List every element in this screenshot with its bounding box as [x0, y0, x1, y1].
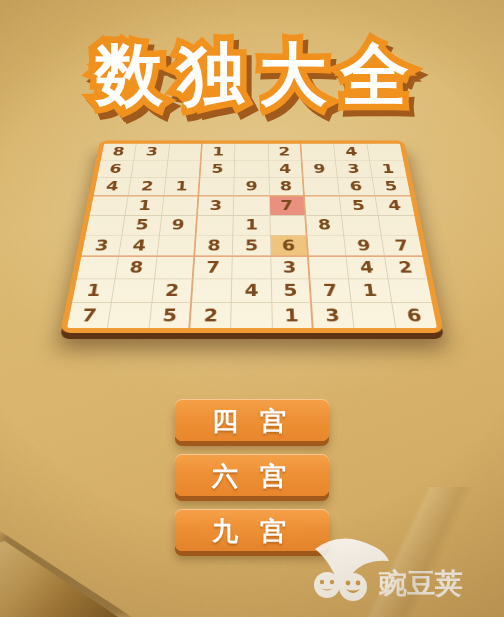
page-title: 数独大全 数独大全 数独大全 [0, 30, 504, 120]
cell-r1c1: 8 [101, 144, 137, 161]
cell-r3c2: 2 [129, 178, 166, 196]
cell-r9c1: 7 [67, 303, 112, 328]
cell-r6c6: 6 [270, 236, 308, 257]
cell-r2c6: 4 [269, 160, 304, 178]
cell-r4c7 [305, 196, 342, 215]
cell-r8c1: 1 [72, 279, 116, 303]
cell-r4c6: 7 [270, 196, 307, 215]
cell-r7c6: 3 [271, 257, 310, 279]
cell-r9c9: 6 [392, 303, 437, 328]
sudoku-grid: 8312465493142198651375459183485697873421… [67, 144, 437, 328]
cell-r2c4: 5 [200, 160, 235, 178]
cell-r3c4 [199, 178, 235, 196]
cell-r3c5: 9 [234, 178, 269, 196]
watermark-brand-text: 豌豆荚 [378, 567, 463, 600]
cell-r7c8: 4 [347, 257, 388, 279]
cell-r2c9: 1 [370, 160, 407, 178]
sudoku-board: 8312465493142198651375459183485697873421… [60, 140, 444, 333]
cell-r8c2 [112, 279, 155, 303]
cell-r6c9: 7 [381, 236, 422, 257]
cell-r8c7: 7 [310, 279, 352, 303]
cell-r9c2 [108, 303, 152, 328]
cell-r9c7: 3 [312, 303, 355, 328]
cell-r2c2 [132, 160, 168, 178]
mode-menu: 四宫 六宫 九宫 [0, 399, 504, 551]
cell-r4c5 [234, 196, 270, 215]
pea-two [339, 573, 367, 601]
cell-r6c8: 9 [344, 236, 384, 257]
cell-r2c5 [235, 160, 269, 178]
cell-r7c2: 8 [116, 257, 157, 279]
cell-r9c3: 5 [149, 303, 192, 328]
cell-r7c4: 7 [194, 257, 233, 279]
cell-r7c7 [309, 257, 349, 279]
cell-r2c8: 3 [336, 160, 372, 178]
cell-r8c6: 5 [271, 279, 312, 303]
cell-r1c4: 1 [202, 144, 236, 161]
cell-r5c5: 1 [234, 216, 271, 236]
cell-r3c7 [304, 178, 340, 196]
cell-r8c8: 1 [349, 279, 392, 303]
app-screen: 数独大全 数独大全 数独大全 8312465493142198651375459… [0, 0, 504, 617]
cell-r9c8 [352, 303, 396, 328]
cell-r1c5 [235, 144, 269, 161]
cell-r4c9: 4 [375, 196, 414, 215]
cell-r3c9: 5 [372, 178, 410, 196]
cell-r3c6: 8 [269, 178, 305, 196]
cell-r6c2: 4 [119, 236, 159, 257]
cell-r2c3 [166, 160, 202, 178]
cell-r5c8 [342, 216, 381, 236]
cell-r4c3 [162, 196, 199, 215]
cell-r1c3 [168, 144, 203, 161]
cell-r3c3: 1 [164, 178, 200, 196]
nine-grid-button[interactable]: 九宫 [175, 509, 329, 551]
cell-r7c5 [233, 257, 272, 279]
page-curl [0, 541, 118, 617]
pea-one [314, 572, 340, 598]
cell-r6c5: 5 [233, 236, 271, 257]
cell-r6c4: 8 [195, 236, 233, 257]
four-grid-button[interactable]: 四宫 [175, 399, 329, 441]
cell-r1c2: 3 [134, 144, 169, 161]
cell-r7c1 [77, 257, 119, 279]
cell-r1c6: 2 [268, 144, 302, 161]
cell-r2c1: 6 [97, 160, 134, 178]
cell-r9c5 [231, 303, 272, 328]
cell-r5c1 [86, 216, 126, 236]
cell-r3c1: 4 [94, 178, 132, 196]
cell-r3c8: 6 [338, 178, 375, 196]
cell-r5c4 [197, 216, 234, 236]
cell-r5c2: 5 [123, 216, 162, 236]
cell-r1c9 [367, 144, 403, 161]
cell-r5c9 [378, 216, 418, 236]
cell-r6c1: 3 [81, 236, 122, 257]
cell-r1c8: 4 [334, 144, 369, 161]
cell-r6c7 [307, 236, 346, 257]
cell-r6c3 [157, 236, 196, 257]
cell-r7c3 [155, 257, 195, 279]
cell-r5c7: 8 [306, 216, 344, 236]
cell-r8c4 [192, 279, 233, 303]
page-title-text: 数独大全 [0, 30, 504, 121]
six-grid-button[interactable]: 六宫 [175, 454, 329, 496]
cell-r9c6: 1 [272, 303, 314, 328]
cell-r5c3: 9 [160, 216, 198, 236]
cell-r1c7 [301, 144, 336, 161]
cell-r4c2: 1 [126, 196, 164, 215]
cell-r8c9 [388, 279, 432, 303]
cell-r5c6 [270, 216, 307, 236]
cell-r2c7: 9 [302, 160, 338, 178]
cell-r4c1 [90, 196, 129, 215]
cell-r4c8: 5 [340, 196, 378, 215]
cell-r7c9: 2 [385, 257, 427, 279]
cell-r8c3: 2 [152, 279, 194, 303]
cell-r8c5: 4 [232, 279, 272, 303]
cell-r9c4: 2 [190, 303, 232, 328]
cell-r4c4: 3 [198, 196, 235, 215]
wandoujia-watermark: 豌豆荚 [313, 531, 478, 603]
